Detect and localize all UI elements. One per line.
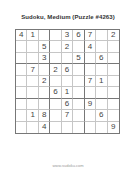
- cell-r4c3[interactable]: [39, 64, 50, 75]
- cell-r3c4[interactable]: [50, 53, 61, 64]
- cell-r8c8[interactable]: 6: [96, 110, 107, 121]
- cell-r4c9[interactable]: [108, 64, 119, 75]
- cell-r1c3[interactable]: [39, 30, 50, 41]
- cell-r4c6[interactable]: [73, 64, 84, 75]
- cell-r7c9[interactable]: [108, 99, 119, 110]
- cell-r1c4[interactable]: [50, 30, 61, 41]
- cell-r7c8[interactable]: [96, 99, 107, 110]
- cell-r8c5[interactable]: 7: [62, 110, 73, 121]
- cell-r5c4[interactable]: [50, 76, 61, 87]
- cell-r1c9[interactable]: 2: [108, 30, 119, 41]
- cell-r4c4[interactable]: 2: [50, 64, 61, 75]
- cell-r5c1[interactable]: [16, 76, 27, 87]
- cell-r6c3[interactable]: [39, 87, 50, 98]
- cell-r6c5[interactable]: 1: [62, 87, 73, 98]
- cell-r5c8[interactable]: 1: [96, 76, 107, 87]
- cell-r8c9[interactable]: [108, 110, 119, 121]
- cell-r6c9[interactable]: [108, 87, 119, 98]
- cell-r6c1[interactable]: [16, 87, 27, 98]
- cell-r3c7[interactable]: [85, 53, 96, 64]
- cell-r9c2[interactable]: [27, 122, 38, 133]
- cell-r3c3[interactable]: 3: [39, 53, 50, 64]
- cell-r9c6[interactable]: [73, 122, 84, 133]
- cell-r5c3[interactable]: 2: [39, 76, 50, 87]
- cell-r9c9[interactable]: 9: [108, 122, 119, 133]
- cell-r2c3[interactable]: 5: [39, 41, 50, 52]
- cell-r3c1[interactable]: [16, 53, 27, 64]
- cell-r2c8[interactable]: [96, 41, 107, 52]
- cell-r7c4[interactable]: [50, 99, 61, 110]
- cell-r6c6[interactable]: [73, 87, 84, 98]
- cell-r8c6[interactable]: [73, 110, 84, 121]
- cell-r5c9[interactable]: [108, 76, 119, 87]
- cell-r4c2[interactable]: 7: [27, 64, 38, 75]
- cell-r1c2[interactable]: 1: [27, 30, 38, 41]
- cell-r8c2[interactable]: 1: [27, 110, 38, 121]
- cell-r4c5[interactable]: 6: [62, 64, 73, 75]
- cell-r4c7[interactable]: [85, 64, 96, 75]
- cell-r6c2[interactable]: [27, 87, 38, 98]
- cell-r3c8[interactable]: 6: [96, 53, 107, 64]
- cell-r1c5[interactable]: 3: [62, 30, 73, 41]
- cell-r1c8[interactable]: [96, 30, 107, 41]
- cell-r7c3[interactable]: [39, 99, 50, 110]
- cell-r2c9[interactable]: [108, 41, 119, 52]
- cell-r6c8[interactable]: [96, 87, 107, 98]
- cell-r9c5[interactable]: [62, 122, 73, 133]
- cell-r3c9[interactable]: [108, 53, 119, 64]
- cell-r7c5[interactable]: 6: [62, 99, 73, 110]
- cell-r2c1[interactable]: [16, 41, 27, 52]
- cell-r5c5[interactable]: [62, 76, 73, 87]
- cell-r9c3[interactable]: 4: [39, 122, 50, 133]
- cell-r9c1[interactable]: [16, 122, 27, 133]
- cell-r7c7[interactable]: 9: [85, 99, 96, 110]
- page-title: Sudoku, Medium (Puzzle #4263): [0, 14, 136, 20]
- cell-r2c2[interactable]: [27, 41, 38, 52]
- cell-r4c8[interactable]: [96, 64, 107, 75]
- cell-r3c2[interactable]: [27, 53, 38, 64]
- cell-r1c7[interactable]: 7: [85, 30, 96, 41]
- cell-r9c4[interactable]: [50, 122, 61, 133]
- cell-r5c7[interactable]: 7: [85, 76, 96, 87]
- cell-r8c4[interactable]: [50, 110, 61, 121]
- cell-r2c5[interactable]: 2: [62, 41, 73, 52]
- cell-r5c6[interactable]: [73, 76, 84, 87]
- cell-r1c1[interactable]: 4: [16, 30, 27, 41]
- cell-r2c6[interactable]: [73, 41, 84, 52]
- cell-r3c5[interactable]: [62, 53, 73, 64]
- cell-r9c7[interactable]: [85, 122, 96, 133]
- sudoku-board: 4136725243567262716169187649: [15, 29, 120, 134]
- cell-r4c1[interactable]: [16, 64, 27, 75]
- cell-r3c6[interactable]: 5: [73, 53, 84, 64]
- cell-r2c4[interactable]: [50, 41, 61, 52]
- cell-r7c1[interactable]: [16, 99, 27, 110]
- footer-url: www.sudoku.com: [0, 163, 136, 168]
- cell-r5c2[interactable]: [27, 76, 38, 87]
- cell-r8c3[interactable]: 8: [39, 110, 50, 121]
- cell-r7c6[interactable]: [73, 99, 84, 110]
- cell-r8c7[interactable]: [85, 110, 96, 121]
- cell-r9c8[interactable]: [96, 122, 107, 133]
- cell-r2c7[interactable]: 4: [85, 41, 96, 52]
- cell-r8c1[interactable]: [16, 110, 27, 121]
- cell-r7c2[interactable]: [27, 99, 38, 110]
- cell-r1c6[interactable]: 6: [73, 30, 84, 41]
- cell-r6c7[interactable]: [85, 87, 96, 98]
- cell-r6c4[interactable]: 6: [50, 87, 61, 98]
